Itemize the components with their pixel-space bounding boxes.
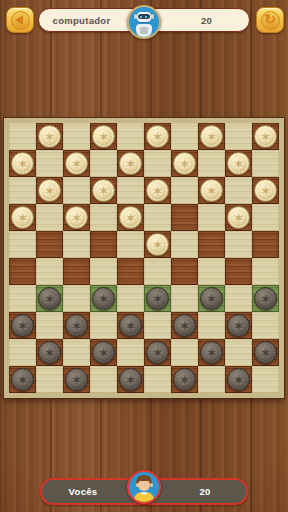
square-r5c10[interactable]: [252, 231, 279, 258]
square-r5c4[interactable]: [90, 231, 117, 258]
square-r2c8: [198, 150, 225, 177]
square-r1c3: [63, 123, 90, 150]
dark-piece-r10c1[interactable]: ✶: [11, 368, 34, 391]
star-emblem: ✶: [71, 372, 83, 386]
square-r10c1[interactable]: ✶: [9, 366, 36, 393]
square-r4c3[interactable]: ✶: [63, 204, 90, 231]
dark-piece-r7c10[interactable]: ✶: [254, 287, 277, 310]
dark-piece-r7c8[interactable]: ✶: [200, 287, 223, 310]
square-r1c7: [171, 123, 198, 150]
star-emblem: ✶: [152, 345, 164, 359]
star-emblem: ✶: [179, 372, 191, 386]
square-r8c9[interactable]: ✶: [225, 312, 252, 339]
star-emblem: ✶: [125, 372, 137, 386]
white-piece-r4c1[interactable]: ✶: [11, 206, 34, 229]
square-r1c9: [225, 123, 252, 150]
square-r1c1: [9, 123, 36, 150]
square-r6c6: [144, 258, 171, 285]
square-r8c10: [252, 312, 279, 339]
square-r7c3: [63, 285, 90, 312]
square-r8c8: [198, 312, 225, 339]
square-r4c4: [90, 204, 117, 231]
square-r4c6: [144, 204, 171, 231]
square-r2c9[interactable]: ✶: [225, 150, 252, 177]
star-emblem: ✶: [17, 210, 29, 224]
square-r5c1: [9, 231, 36, 258]
dark-piece-r9c4[interactable]: ✶: [92, 341, 115, 364]
square-r3c1: [9, 177, 36, 204]
dark-piece-r8c9[interactable]: ✶: [227, 314, 250, 337]
dark-piece-r10c9[interactable]: ✶: [227, 368, 250, 391]
square-r6c1[interactable]: [9, 258, 36, 285]
square-r3c7: [171, 177, 198, 204]
star-emblem: ✶: [152, 237, 164, 251]
square-r3c9: [225, 177, 252, 204]
square-r10c3[interactable]: ✶: [63, 366, 90, 393]
dark-piece-r7c2[interactable]: ✶: [38, 287, 61, 310]
square-r4c2: [36, 204, 63, 231]
square-r7c1: [9, 285, 36, 312]
dark-piece-r10c5[interactable]: ✶: [119, 368, 142, 391]
circular-arrow-icon: ↻: [264, 12, 276, 26]
dark-piece-r8c7[interactable]: ✶: [173, 314, 196, 337]
white-piece-r3c2[interactable]: ✶: [38, 179, 61, 202]
robot-panel: [140, 27, 148, 34]
square-r10c8: [198, 366, 225, 393]
person-fringe: [137, 476, 151, 481]
robot-eye: [145, 16, 147, 18]
dark-piece-r9c6[interactable]: ✶: [146, 341, 169, 364]
square-r2c7[interactable]: ✶: [171, 150, 198, 177]
square-r10c6: [144, 366, 171, 393]
white-piece-r1c6[interactable]: ✶: [146, 125, 169, 148]
square-r6c3[interactable]: [63, 258, 90, 285]
square-r2c3[interactable]: ✶: [63, 150, 90, 177]
white-piece-r2c9[interactable]: ✶: [227, 152, 250, 175]
star-emblem: ✶: [260, 183, 272, 197]
star-emblem: ✶: [233, 372, 245, 386]
square-r9c4[interactable]: ✶: [90, 339, 117, 366]
robot-ear: [134, 14, 137, 19]
star-emblem: ✶: [206, 345, 218, 359]
left-triangle-icon: [15, 15, 23, 25]
star-emblem: ✶: [179, 156, 191, 170]
star-emblem: ✶: [260, 345, 272, 359]
robot-ear: [151, 14, 154, 19]
square-r4c8: [198, 204, 225, 231]
square-r10c7[interactable]: ✶: [171, 366, 198, 393]
white-piece-r2c5[interactable]: ✶: [119, 152, 142, 175]
square-r8c5[interactable]: ✶: [117, 312, 144, 339]
square-r10c5[interactable]: ✶: [117, 366, 144, 393]
robot-eye: [140, 16, 142, 18]
star-emblem: ✶: [179, 318, 191, 332]
white-piece-r3c4[interactable]: ✶: [92, 179, 115, 202]
square-r2c6: [144, 150, 171, 177]
square-r7c4[interactable]: ✶: [90, 285, 117, 312]
dark-piece-r7c6[interactable]: ✶: [146, 287, 169, 310]
square-r1c2[interactable]: ✶: [36, 123, 63, 150]
dark-piece-r10c7[interactable]: ✶: [173, 368, 196, 391]
square-r6c4: [90, 258, 117, 285]
square-r6c10: [252, 258, 279, 285]
square-r9c1: [9, 339, 36, 366]
square-r6c9[interactable]: [225, 258, 252, 285]
person-ear: [150, 483, 153, 487]
star-emblem: ✶: [98, 183, 110, 197]
star-emblem: ✶: [71, 156, 83, 170]
star-emblem: ✶: [260, 129, 272, 143]
square-r4c1[interactable]: ✶: [9, 204, 36, 231]
square-r7c10[interactable]: ✶: [252, 285, 279, 312]
square-r2c2: [36, 150, 63, 177]
dark-piece-r9c10[interactable]: ✶: [254, 341, 277, 364]
square-r7c6[interactable]: ✶: [144, 285, 171, 312]
square-r5c7: [171, 231, 198, 258]
square-r8c7[interactable]: ✶: [171, 312, 198, 339]
square-r7c9: [225, 285, 252, 312]
player-avatar: [127, 470, 161, 504]
square-r2c4: [90, 150, 117, 177]
square-r5c3: [63, 231, 90, 258]
star-emblem: ✶: [44, 345, 56, 359]
dark-piece-r8c3[interactable]: ✶: [65, 314, 88, 337]
square-r9c10[interactable]: ✶: [252, 339, 279, 366]
square-r4c10: [252, 204, 279, 231]
white-piece-r2c3[interactable]: ✶: [65, 152, 88, 175]
dark-piece-r8c1[interactable]: ✶: [11, 314, 34, 337]
square-r5c9: [225, 231, 252, 258]
star-emblem: ✶: [17, 372, 29, 386]
robot-avatar: [127, 5, 161, 39]
square-r2c1[interactable]: ✶: [9, 150, 36, 177]
square-r3c2[interactable]: ✶: [36, 177, 63, 204]
opponent-score: 20: [164, 15, 249, 26]
star-emblem: ✶: [233, 210, 245, 224]
star-emblem: ✶: [125, 318, 137, 332]
star-emblem: ✶: [71, 210, 83, 224]
star-emblem: ✶: [71, 318, 83, 332]
star-emblem: ✶: [98, 345, 110, 359]
back-button[interactable]: [6, 7, 34, 33]
star-emblem: ✶: [206, 129, 218, 143]
star-emblem: ✶: [152, 291, 164, 305]
back-icon: [11, 11, 30, 30]
app-screen: computador 20 ↻ ✶✶✶✶✶✶✶✶✶✶✶✶✶✶✶✶✶✶✶✶✶✶✶✶…: [0, 0, 288, 512]
square-r8c3[interactable]: ✶: [63, 312, 90, 339]
white-piece-r2c7[interactable]: ✶: [173, 152, 196, 175]
square-r9c3: [63, 339, 90, 366]
square-r9c5: [117, 339, 144, 366]
restart-button[interactable]: ↻: [256, 7, 284, 33]
square-r6c8: [198, 258, 225, 285]
white-piece-r1c10[interactable]: ✶: [254, 125, 277, 148]
square-r3c8[interactable]: ✶: [198, 177, 225, 204]
dark-piece-r10c3[interactable]: ✶: [65, 368, 88, 391]
square-r4c9[interactable]: ✶: [225, 204, 252, 231]
white-piece-r3c8[interactable]: ✶: [200, 179, 223, 202]
person-ear: [136, 483, 139, 487]
star-emblem: ✶: [44, 129, 56, 143]
star-emblem: ✶: [260, 291, 272, 305]
star-emblem: ✶: [233, 318, 245, 332]
square-r4c5[interactable]: ✶: [117, 204, 144, 231]
star-emblem: ✶: [44, 291, 56, 305]
star-emblem: ✶: [17, 156, 29, 170]
square-r2c5[interactable]: ✶: [117, 150, 144, 177]
star-emblem: ✶: [44, 183, 56, 197]
star-emblem: ✶: [125, 156, 137, 170]
square-r1c10[interactable]: ✶: [252, 123, 279, 150]
square-r5c2[interactable]: [36, 231, 63, 258]
star-emblem: ✶: [125, 210, 137, 224]
square-r1c5: [117, 123, 144, 150]
square-r3c10[interactable]: ✶: [252, 177, 279, 204]
white-piece-r4c9[interactable]: ✶: [227, 206, 250, 229]
white-piece-r3c6[interactable]: ✶: [146, 179, 169, 202]
player-name: Vocês: [42, 486, 124, 497]
white-piece-r1c4[interactable]: ✶: [92, 125, 115, 148]
square-r8c2: [36, 312, 63, 339]
square-r2c10: [252, 150, 279, 177]
dark-piece-r7c4[interactable]: ✶: [92, 287, 115, 310]
square-r7c7: [171, 285, 198, 312]
square-r9c2[interactable]: ✶: [36, 339, 63, 366]
star-emblem: ✶: [98, 129, 110, 143]
square-r8c4: [90, 312, 117, 339]
player-score: 20: [164, 486, 246, 497]
white-piece-r2c1[interactable]: ✶: [11, 152, 34, 175]
dark-piece-r8c5[interactable]: ✶: [119, 314, 142, 337]
square-r9c9: [225, 339, 252, 366]
square-r3c4[interactable]: ✶: [90, 177, 117, 204]
restart-icon: ↻: [261, 11, 280, 30]
white-piece-r4c5[interactable]: ✶: [119, 206, 142, 229]
square-r9c6[interactable]: ✶: [144, 339, 171, 366]
square-r6c7[interactable]: [171, 258, 198, 285]
square-r8c6: [144, 312, 171, 339]
square-r1c8[interactable]: ✶: [198, 123, 225, 150]
white-piece-r4c3[interactable]: ✶: [65, 206, 88, 229]
board: ✶✶✶✶✶✶✶✶✶✶✶✶✶✶✶✶✶✶✶✶✶✶✶✶✶✶✶✶✶✶✶✶✶✶✶✶✶✶✶✶: [4, 118, 284, 398]
square-r10c10: [252, 366, 279, 393]
square-r10c9[interactable]: ✶: [225, 366, 252, 393]
square-r7c5: [117, 285, 144, 312]
square-r7c2[interactable]: ✶: [36, 285, 63, 312]
square-r10c4: [90, 366, 117, 393]
white-piece-r1c8[interactable]: ✶: [200, 125, 223, 148]
square-r5c6[interactable]: ✶: [144, 231, 171, 258]
star-emblem: ✶: [17, 318, 29, 332]
square-r9c7: [171, 339, 198, 366]
opponent-name: computador: [39, 15, 124, 26]
square-r1c4[interactable]: ✶: [90, 123, 117, 150]
square-r5c8[interactable]: [198, 231, 225, 258]
white-piece-r3c10[interactable]: ✶: [254, 179, 277, 202]
star-emblem: ✶: [206, 291, 218, 305]
square-r3c6[interactable]: ✶: [144, 177, 171, 204]
square-r3c3: [63, 177, 90, 204]
square-r8c1[interactable]: ✶: [9, 312, 36, 339]
square-r10c2: [36, 366, 63, 393]
star-emblem: ✶: [152, 129, 164, 143]
square-r4c7[interactable]: [171, 204, 198, 231]
dark-piece-r9c2[interactable]: ✶: [38, 341, 61, 364]
star-emblem: ✶: [152, 183, 164, 197]
star-emblem: ✶: [233, 156, 245, 170]
star-emblem: ✶: [206, 183, 218, 197]
square-r1c6[interactable]: ✶: [144, 123, 171, 150]
dark-piece-r9c8[interactable]: ✶: [200, 341, 223, 364]
square-r7c8[interactable]: ✶: [198, 285, 225, 312]
white-piece-r1c2[interactable]: ✶: [38, 125, 61, 148]
square-r6c5[interactable]: [117, 258, 144, 285]
white-piece-r5c6[interactable]: ✶: [146, 233, 169, 256]
square-r3c5: [117, 177, 144, 204]
star-emblem: ✶: [98, 291, 110, 305]
square-r9c8[interactable]: ✶: [198, 339, 225, 366]
square-r5c5: [117, 231, 144, 258]
square-r6c2: [36, 258, 63, 285]
